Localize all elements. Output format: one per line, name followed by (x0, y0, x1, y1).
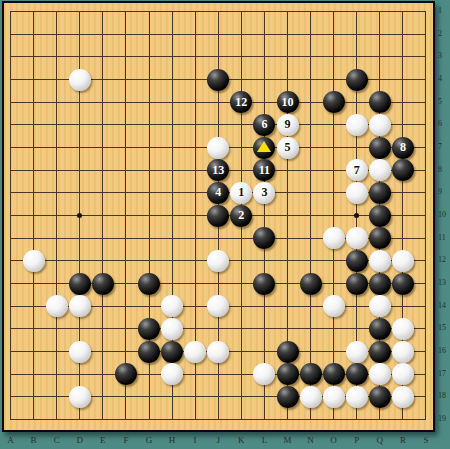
column-label: D (72, 435, 88, 445)
row-label: 17 (438, 369, 450, 379)
column-label: K (233, 435, 249, 445)
row-label: 19 (438, 414, 450, 424)
row-label: 4 (438, 74, 450, 84)
row-label: 12 (438, 255, 450, 265)
row-label: 2 (438, 29, 450, 39)
column-label: E (95, 435, 111, 445)
row-label: 7 (438, 142, 450, 152)
go-diagram: 12106958131174132ABCDEFGHIJKLMNOPQRS1234… (0, 0, 450, 449)
column-label: L (256, 435, 272, 445)
column-label: M (280, 435, 296, 445)
row-label: 18 (438, 391, 450, 401)
row-label: 6 (438, 119, 450, 129)
column-label: A (3, 435, 19, 445)
column-label: R (395, 435, 411, 445)
column-label: Q (372, 435, 388, 445)
column-label: H (164, 435, 180, 445)
row-label: 15 (438, 323, 450, 333)
column-label: N (303, 435, 319, 445)
column-label: S (418, 435, 434, 445)
row-label: 11 (438, 233, 450, 243)
column-label: J (210, 435, 226, 445)
row-label: 3 (438, 51, 450, 61)
column-label: P (349, 435, 365, 445)
goban[interactable] (2, 1, 435, 432)
row-label: 13 (438, 278, 450, 288)
row-label: 9 (438, 187, 450, 197)
row-label: 14 (438, 301, 450, 311)
row-label: 10 (438, 210, 450, 220)
row-label: 1 (438, 6, 450, 16)
column-label: I (187, 435, 203, 445)
column-label: B (26, 435, 42, 445)
column-label: O (326, 435, 342, 445)
column-label: C (49, 435, 65, 445)
row-label: 16 (438, 346, 450, 356)
column-label: F (118, 435, 134, 445)
row-label: 5 (438, 97, 450, 107)
column-label: G (141, 435, 157, 445)
row-label: 8 (438, 165, 450, 175)
